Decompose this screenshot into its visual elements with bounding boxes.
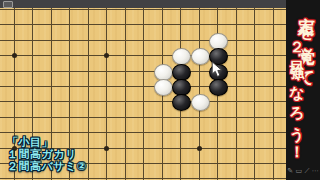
mouse-cursor-icon xyxy=(211,61,224,82)
star-point xyxy=(12,53,17,58)
grid-vline xyxy=(273,8,274,180)
grid-hline xyxy=(0,40,286,41)
star-point xyxy=(104,53,109,58)
white-stone[interactable] xyxy=(172,48,191,65)
video-frame: 「小目」 １間高ガカリ ２間高バサミ② 定石を覚えて ２目強くなろう！ ✎ ▭ … xyxy=(0,0,320,180)
grid-hline xyxy=(0,101,286,102)
title-text-secondary: ２目強くなろう！ xyxy=(287,31,306,153)
grid-hline xyxy=(0,24,286,25)
grid-vline xyxy=(254,8,255,180)
more-icon[interactable]: ⋯ xyxy=(312,167,319,175)
app-top-bar xyxy=(0,0,286,8)
grid-vline xyxy=(143,8,144,180)
grid-hline xyxy=(0,117,286,118)
grid-vline xyxy=(236,8,237,180)
grid-hline xyxy=(0,71,286,72)
window-icon[interactable] xyxy=(3,1,13,8)
star-point xyxy=(104,146,109,151)
white-stone[interactable] xyxy=(154,79,173,96)
lesson-caption: 「小目」 １間高ガカリ ２間高バサミ② xyxy=(7,137,87,173)
white-stone[interactable] xyxy=(154,64,173,81)
black-stone[interactable] xyxy=(172,64,191,81)
grid-hline xyxy=(0,132,286,133)
grid-vline xyxy=(125,8,126,180)
drawing-toolbar: ✎ ▭ ⟋ ⋯ xyxy=(286,167,320,175)
side-panel: 定石を覚えて ２目強くなろう！ ✎ ▭ ⟋ ⋯ xyxy=(286,0,320,180)
white-stone[interactable] xyxy=(191,94,210,111)
grid-hline xyxy=(0,86,286,87)
star-point xyxy=(197,146,202,151)
grid-vline xyxy=(88,8,89,180)
white-stone[interactable] xyxy=(191,48,210,65)
grid-hline xyxy=(0,178,286,179)
black-stone[interactable] xyxy=(172,94,191,111)
line-icon[interactable]: ⟋ xyxy=(304,167,309,175)
pencil-icon[interactable]: ✎ xyxy=(287,167,293,175)
grid-hline xyxy=(0,9,286,10)
shape-icon[interactable]: ▭ xyxy=(295,167,302,175)
grid-hline xyxy=(0,55,286,56)
grid-vline xyxy=(106,8,107,180)
caption-line-3: ２間高バサミ② xyxy=(7,161,87,173)
